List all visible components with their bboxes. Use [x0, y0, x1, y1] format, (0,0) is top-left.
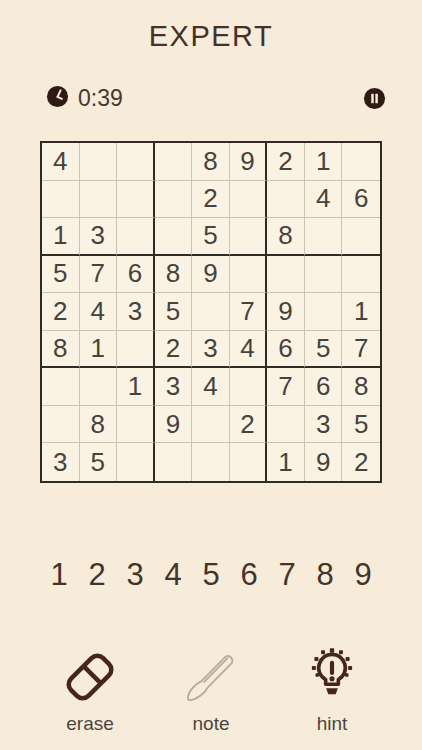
cell-r2c7[interactable] — [267, 181, 305, 219]
cell-r9c9[interactable]: 2 — [342, 443, 380, 481]
cell-r9c1[interactable]: 3 — [42, 443, 80, 481]
cell-r5c8[interactable] — [305, 293, 343, 331]
cell-r4c1[interactable]: 5 — [42, 256, 80, 294]
hint-label: hint — [317, 713, 348, 735]
sudoku-board: 4892124613585768924357918123465713476889… — [40, 141, 382, 483]
pause-button[interactable] — [363, 87, 386, 110]
cell-r3c1[interactable]: 1 — [42, 218, 80, 256]
cell-r9c5[interactable] — [192, 443, 230, 481]
cell-r8c7[interactable] — [267, 406, 305, 444]
pad-number-6[interactable]: 6 — [230, 557, 268, 593]
cell-r8c2[interactable]: 8 — [80, 406, 118, 444]
note-button[interactable]: note — [161, 648, 261, 735]
cell-r2c3[interactable] — [117, 181, 155, 219]
cell-r1c4[interactable] — [155, 143, 193, 181]
cell-r4c4[interactable]: 8 — [155, 256, 193, 294]
cell-r9c2[interactable]: 5 — [80, 443, 118, 481]
cell-r5c6[interactable]: 7 — [230, 293, 268, 331]
cell-r6c3[interactable] — [117, 331, 155, 369]
cell-r7c4[interactable]: 3 — [155, 368, 193, 406]
cell-r7c1[interactable] — [42, 368, 80, 406]
cell-r8c8[interactable]: 3 — [305, 406, 343, 444]
cell-r4c7[interactable] — [267, 256, 305, 294]
cell-r3c9[interactable] — [342, 218, 380, 256]
cell-r8c4[interactable]: 9 — [155, 406, 193, 444]
erase-button[interactable]: erase — [40, 648, 140, 735]
cell-r8c6[interactable]: 2 — [230, 406, 268, 444]
cell-r1c1[interactable]: 4 — [42, 143, 80, 181]
cell-r6c1[interactable]: 8 — [42, 331, 80, 369]
sudoku-app-screen: EXPERT 0:39 4892124613585768924357 — [0, 0, 422, 750]
cell-r7c5[interactable]: 4 — [192, 368, 230, 406]
cell-r3c5[interactable]: 5 — [192, 218, 230, 256]
pad-number-2[interactable]: 2 — [78, 557, 116, 593]
cell-r6c7[interactable]: 6 — [267, 331, 305, 369]
cell-r1c8[interactable]: 1 — [305, 143, 343, 181]
cell-r7c6[interactable] — [230, 368, 268, 406]
cell-r6c2[interactable]: 1 — [80, 331, 118, 369]
cell-r3c8[interactable] — [305, 218, 343, 256]
cell-r2c6[interactable] — [230, 181, 268, 219]
cell-r9c7[interactable]: 1 — [267, 443, 305, 481]
cell-r7c2[interactable] — [80, 368, 118, 406]
cell-r5c2[interactable]: 4 — [80, 293, 118, 331]
cell-r6c6[interactable]: 4 — [230, 331, 268, 369]
cell-r2c1[interactable] — [42, 181, 80, 219]
cell-r6c4[interactable]: 2 — [155, 331, 193, 369]
cell-r3c6[interactable] — [230, 218, 268, 256]
pause-icon — [363, 96, 386, 113]
cell-r8c5[interactable] — [192, 406, 230, 444]
cell-r3c4[interactable] — [155, 218, 193, 256]
cell-r7c8[interactable]: 6 — [305, 368, 343, 406]
cell-r6c5[interactable]: 3 — [192, 331, 230, 369]
cell-r9c6[interactable] — [230, 443, 268, 481]
cell-r4c8[interactable] — [305, 256, 343, 294]
cell-r4c6[interactable] — [230, 256, 268, 294]
pad-number-4[interactable]: 4 — [154, 557, 192, 593]
cell-r5c1[interactable]: 2 — [42, 293, 80, 331]
cell-r5c7[interactable]: 9 — [267, 293, 305, 331]
hint-button[interactable]: hint — [282, 648, 382, 735]
cell-r5c4[interactable]: 5 — [155, 293, 193, 331]
cell-r2c4[interactable] — [155, 181, 193, 219]
page-title: EXPERT — [0, 0, 422, 53]
cell-r4c5[interactable]: 9 — [192, 256, 230, 294]
cell-r1c6[interactable]: 9 — [230, 143, 268, 181]
cell-r3c2[interactable]: 3 — [80, 218, 118, 256]
cell-r4c9[interactable] — [342, 256, 380, 294]
cell-r5c5[interactable] — [192, 293, 230, 331]
cell-r4c2[interactable]: 7 — [80, 256, 118, 294]
cell-r7c9[interactable]: 8 — [342, 368, 380, 406]
pad-number-8[interactable]: 8 — [306, 557, 344, 593]
cell-r6c8[interactable]: 5 — [305, 331, 343, 369]
cell-r7c7[interactable]: 7 — [267, 368, 305, 406]
pad-number-5[interactable]: 5 — [192, 557, 230, 593]
pad-number-1[interactable]: 1 — [40, 557, 78, 593]
pad-number-3[interactable]: 3 — [116, 557, 154, 593]
cell-r9c3[interactable] — [117, 443, 155, 481]
cell-r3c7[interactable]: 8 — [267, 218, 305, 256]
lightbulb-icon — [303, 648, 361, 706]
cell-r1c2[interactable] — [80, 143, 118, 181]
cell-r9c4[interactable] — [155, 443, 193, 481]
cell-r2c9[interactable]: 6 — [342, 181, 380, 219]
note-label: note — [193, 713, 230, 735]
cell-r2c8[interactable]: 4 — [305, 181, 343, 219]
clock-icon — [46, 85, 69, 112]
action-bar: erase note — [40, 648, 382, 735]
timer: 0:39 — [46, 85, 123, 112]
cell-r8c1[interactable] — [42, 406, 80, 444]
cell-r2c5[interactable]: 2 — [192, 181, 230, 219]
pad-number-7[interactable]: 7 — [268, 557, 306, 593]
timer-row: 0:39 — [46, 86, 386, 110]
cell-r1c5[interactable]: 8 — [192, 143, 230, 181]
cell-r2c2[interactable] — [80, 181, 118, 219]
cell-r4c3[interactable]: 6 — [117, 256, 155, 294]
pencil-icon — [182, 648, 240, 706]
cell-r1c3[interactable] — [117, 143, 155, 181]
erase-label: erase — [66, 713, 114, 735]
cell-r1c9[interactable] — [342, 143, 380, 181]
cell-r8c9[interactable]: 5 — [342, 406, 380, 444]
cell-r5c3[interactable]: 3 — [117, 293, 155, 331]
cell-r9c8[interactable]: 9 — [305, 443, 343, 481]
cell-r3c3[interactable] — [117, 218, 155, 256]
eraser-icon — [61, 648, 119, 706]
cell-r7c3[interactable]: 1 — [117, 368, 155, 406]
timer-value: 0:39 — [78, 85, 123, 112]
number-pad: 123456789 — [40, 557, 382, 593]
pad-number-9[interactable]: 9 — [344, 557, 382, 593]
cell-r6c9[interactable]: 7 — [342, 331, 380, 369]
cell-r1c7[interactable]: 2 — [267, 143, 305, 181]
cell-r5c9[interactable]: 1 — [342, 293, 380, 331]
cell-r8c3[interactable] — [117, 406, 155, 444]
